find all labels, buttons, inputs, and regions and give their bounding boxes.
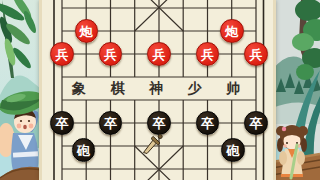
hair-flower <box>282 127 286 131</box>
piece-black-soldier[interactable]: 卒 <box>244 111 268 135</box>
piece-red-soldier[interactable]: 兵 <box>99 42 123 66</box>
piece-red-soldier[interactable]: 兵 <box>147 42 171 66</box>
piece-red-soldier[interactable]: 兵 <box>50 42 74 66</box>
piece-red-cannon[interactable]: 炮 <box>220 19 244 43</box>
piece-red-cannon[interactable]: 炮 <box>75 19 99 43</box>
piece-red-soldier[interactable]: 兵 <box>196 42 220 66</box>
piece-black-soldier[interactable]: 卒 <box>196 111 220 135</box>
piece-black-cannon[interactable]: 砲 <box>221 138 245 162</box>
bamboo-leaves <box>0 0 38 78</box>
piece-black-soldier[interactable]: 卒 <box>50 111 74 135</box>
piece-black-soldier[interactable]: 卒 <box>99 111 123 135</box>
piece-red-soldier[interactable]: 兵 <box>244 42 268 66</box>
dagger-icon <box>140 132 164 156</box>
piece-black-cannon[interactable]: 砲 <box>72 138 96 162</box>
xiangqi-game-screen: 象 棋 神 少 帅 炮炮兵兵兵兵兵卒卒卒卒卒砲砲 <box>0 0 320 180</box>
